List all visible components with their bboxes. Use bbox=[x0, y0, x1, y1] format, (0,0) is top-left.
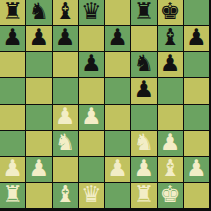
square-a5[interactable] bbox=[0, 78, 25, 103]
black-pawn-piece[interactable]: ♟ bbox=[2, 26, 23, 49]
square-f4[interactable] bbox=[131, 105, 156, 130]
white-king-piece[interactable]: ♚ bbox=[160, 183, 181, 206]
square-g5[interactable] bbox=[158, 78, 183, 103]
square-c8[interactable]: ♝ bbox=[53, 0, 78, 25]
square-a8[interactable]: ♜ bbox=[0, 0, 25, 25]
square-a6[interactable] bbox=[0, 52, 25, 77]
square-b4[interactable] bbox=[26, 105, 51, 130]
square-d4[interactable]: ♟ bbox=[79, 105, 104, 130]
square-a2[interactable]: ♟ bbox=[0, 157, 25, 182]
square-h2[interactable]: ♟ bbox=[184, 157, 209, 182]
square-d3[interactable] bbox=[79, 131, 104, 156]
square-g7[interactable]: ♝ bbox=[158, 26, 183, 51]
white-queen-piece[interactable]: ♛ bbox=[81, 183, 102, 206]
square-f6[interactable]: ♞ bbox=[131, 52, 156, 77]
square-b3[interactable] bbox=[26, 131, 51, 156]
square-a4[interactable] bbox=[0, 105, 25, 130]
black-pawn-piece[interactable]: ♟ bbox=[160, 52, 181, 75]
square-g1[interactable]: ♚ bbox=[158, 183, 183, 208]
square-h7[interactable]: ♟ bbox=[184, 26, 209, 51]
square-b8[interactable]: ♞ bbox=[26, 0, 51, 25]
square-e7[interactable]: ♟ bbox=[105, 26, 130, 51]
square-f1[interactable]: ♜ bbox=[131, 183, 156, 208]
black-pawn-piece[interactable]: ♟ bbox=[29, 26, 50, 49]
square-e5[interactable] bbox=[105, 78, 130, 103]
square-h4[interactable] bbox=[184, 105, 209, 130]
black-rook-piece[interactable]: ♜ bbox=[2, 0, 23, 23]
square-g2[interactable]: ♝ bbox=[158, 157, 183, 182]
square-g3[interactable]: ♟ bbox=[158, 131, 183, 156]
square-b2[interactable]: ♟ bbox=[26, 157, 51, 182]
white-pawn-piece[interactable]: ♟ bbox=[2, 157, 23, 180]
square-e3[interactable] bbox=[105, 131, 130, 156]
black-pawn-piece[interactable]: ♟ bbox=[107, 26, 128, 49]
white-pawn-piece[interactable]: ♟ bbox=[160, 131, 181, 154]
square-g8[interactable]: ♚ bbox=[158, 0, 183, 25]
square-g4[interactable] bbox=[158, 105, 183, 130]
square-c5[interactable] bbox=[53, 78, 78, 103]
white-pawn-piece[interactable]: ♟ bbox=[134, 157, 155, 180]
square-f2[interactable]: ♟ bbox=[131, 157, 156, 182]
square-h8[interactable] bbox=[184, 0, 209, 25]
white-pawn-piece[interactable]: ♟ bbox=[81, 105, 102, 128]
square-e8[interactable] bbox=[105, 0, 130, 25]
white-pawn-piece[interactable]: ♟ bbox=[29, 157, 50, 180]
white-pawn-piece[interactable]: ♟ bbox=[107, 157, 128, 180]
chess-board-window: ♜♞♝♛♜♚♟♟♟♟♝♟♟♞♟♟♟♟♞♞♟♟♟♟♟♝♟♜♝♛♜♚ bbox=[0, 0, 211, 211]
white-bishop-piece[interactable]: ♝ bbox=[55, 183, 76, 206]
square-f7[interactable] bbox=[131, 26, 156, 51]
white-rook-piece[interactable]: ♜ bbox=[2, 183, 23, 206]
square-h6[interactable] bbox=[184, 52, 209, 77]
black-rook-piece[interactable]: ♜ bbox=[134, 0, 155, 23]
black-bishop-piece[interactable]: ♝ bbox=[160, 26, 181, 49]
black-pawn-piece[interactable]: ♟ bbox=[186, 26, 207, 49]
black-queen-piece[interactable]: ♛ bbox=[81, 0, 102, 23]
square-f8[interactable]: ♜ bbox=[131, 0, 156, 25]
white-bishop-piece[interactable]: ♝ bbox=[160, 157, 181, 180]
square-h5[interactable] bbox=[184, 78, 209, 103]
square-e6[interactable] bbox=[105, 52, 130, 77]
square-c2[interactable] bbox=[53, 157, 78, 182]
white-rook-piece[interactable]: ♜ bbox=[134, 183, 155, 206]
square-e4[interactable] bbox=[105, 105, 130, 130]
square-a1[interactable]: ♜ bbox=[0, 183, 25, 208]
black-bishop-piece[interactable]: ♝ bbox=[55, 0, 76, 23]
square-d1[interactable]: ♛ bbox=[79, 183, 104, 208]
square-d8[interactable]: ♛ bbox=[79, 0, 104, 25]
square-a7[interactable]: ♟ bbox=[0, 26, 25, 51]
square-f3[interactable]: ♞ bbox=[131, 131, 156, 156]
black-king-piece[interactable]: ♚ bbox=[160, 0, 181, 23]
white-knight-piece[interactable]: ♞ bbox=[134, 131, 155, 154]
square-b6[interactable] bbox=[26, 52, 51, 77]
black-pawn-piece[interactable]: ♟ bbox=[55, 26, 76, 49]
chess-board: ♜♞♝♛♜♚♟♟♟♟♝♟♟♞♟♟♟♟♞♞♟♟♟♟♟♝♟♜♝♛♜♚ bbox=[0, 0, 211, 211]
black-pawn-piece[interactable]: ♟ bbox=[81, 52, 102, 75]
square-h1[interactable] bbox=[184, 183, 209, 208]
square-d7[interactable] bbox=[79, 26, 104, 51]
square-h3[interactable] bbox=[184, 131, 209, 156]
square-c4[interactable]: ♟ bbox=[53, 105, 78, 130]
square-b1[interactable] bbox=[26, 183, 51, 208]
white-pawn-piece[interactable]: ♟ bbox=[55, 105, 76, 128]
square-b7[interactable]: ♟ bbox=[26, 26, 51, 51]
square-c3[interactable]: ♞ bbox=[53, 131, 78, 156]
square-f5[interactable]: ♟ bbox=[131, 78, 156, 103]
square-c6[interactable] bbox=[53, 52, 78, 77]
square-e1[interactable] bbox=[105, 183, 130, 208]
white-knight-piece[interactable]: ♞ bbox=[55, 131, 76, 154]
square-d5[interactable] bbox=[79, 78, 104, 103]
square-g6[interactable]: ♟ bbox=[158, 52, 183, 77]
square-d6[interactable]: ♟ bbox=[79, 52, 104, 77]
black-knight-piece[interactable]: ♞ bbox=[134, 52, 155, 75]
square-d2[interactable] bbox=[79, 157, 104, 182]
black-pawn-piece[interactable]: ♟ bbox=[134, 78, 155, 101]
black-knight-piece[interactable]: ♞ bbox=[29, 0, 50, 23]
square-c1[interactable]: ♝ bbox=[53, 183, 78, 208]
square-a3[interactable] bbox=[0, 131, 25, 156]
square-e2[interactable]: ♟ bbox=[105, 157, 130, 182]
square-b5[interactable] bbox=[26, 78, 51, 103]
white-pawn-piece[interactable]: ♟ bbox=[186, 157, 207, 180]
square-c7[interactable]: ♟ bbox=[53, 26, 78, 51]
